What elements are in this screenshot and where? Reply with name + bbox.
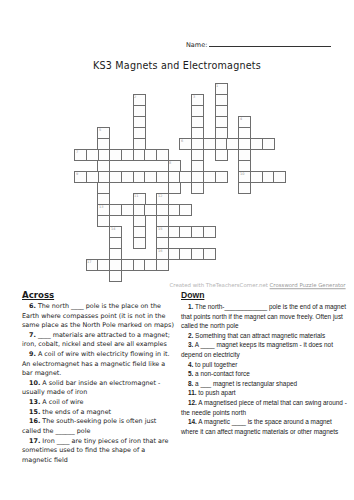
clue-down-12: 12. A magnetised piece of metal that can… bbox=[181, 398, 348, 417]
clue-across-16: 16. The south-seeking pole is often just… bbox=[22, 417, 176, 436]
grid-cell bbox=[133, 237, 146, 249]
cell-number: 4 bbox=[240, 117, 242, 120]
grid-cell bbox=[203, 248, 216, 260]
cell-number: 1 bbox=[216, 84, 218, 87]
cell-number: 8 bbox=[169, 161, 171, 164]
clue-down-4: 4. to pull together bbox=[181, 360, 348, 370]
clue-down-3: 3. A ____ magnet keeps its magnetism - i… bbox=[181, 340, 348, 359]
across-clues-section: Across 6. The north ____ pole is the pla… bbox=[22, 290, 176, 465]
clue-number: 8. bbox=[188, 380, 193, 387]
name-blank-line bbox=[209, 39, 331, 47]
clue-down-11: 11. to push apart bbox=[181, 388, 348, 398]
page-title: KS3 Magnets and Electromagnets bbox=[0, 60, 354, 71]
clue-number: 6. bbox=[29, 302, 36, 310]
grid-cell bbox=[238, 182, 251, 194]
grid-cell bbox=[203, 138, 216, 150]
grid-cell bbox=[121, 149, 134, 161]
grid-cell bbox=[273, 171, 286, 183]
grid-cell bbox=[86, 149, 99, 161]
credit-line: Created with TheTeachersCorner.net Cross… bbox=[170, 282, 346, 288]
clue-across-10: 10. A solid bar inside an electromagnet … bbox=[22, 379, 176, 398]
clue-number: 15. bbox=[29, 408, 40, 416]
clue-down-14: 14. A magnetic ____ is the space around … bbox=[181, 417, 348, 436]
clue-number: 3. bbox=[188, 341, 193, 348]
name-field: Name: bbox=[186, 39, 331, 49]
grid-cell bbox=[97, 259, 110, 271]
cell-number: 5 bbox=[99, 128, 101, 131]
credit-link[interactable]: Crossword Puzzle Generator bbox=[270, 282, 346, 288]
grid-cell bbox=[144, 204, 157, 216]
grid-cell bbox=[179, 204, 192, 216]
clue-number: 10. bbox=[29, 379, 40, 387]
clue-across-9: 9. A coil of wire with electricity flowi… bbox=[22, 350, 176, 379]
grid-cell bbox=[109, 270, 122, 282]
clue-across-6: 6. The north ____ pole is the place on t… bbox=[22, 302, 176, 331]
cell-number: 2 bbox=[134, 95, 136, 98]
down-clues-section: Down 1. The north-____________ pole is t… bbox=[181, 290, 348, 437]
clue-number: 4. bbox=[188, 361, 193, 368]
cell-number: 15 bbox=[158, 227, 162, 230]
across-heading: Across bbox=[22, 290, 176, 300]
grid-cell bbox=[121, 204, 134, 216]
clue-across-17: 17. Iron ____ are tiny pieces of iron th… bbox=[22, 437, 176, 466]
cell-number: 12 bbox=[158, 194, 162, 197]
clue-number: 13. bbox=[29, 398, 40, 406]
cell-number: 11 bbox=[134, 194, 138, 197]
clue-number: 9. bbox=[29, 350, 36, 358]
cell-number: 3 bbox=[193, 95, 195, 98]
grid-cell bbox=[262, 138, 275, 150]
clue-down-1: 1. The north-____________ pole is the en… bbox=[181, 302, 348, 331]
cell-number: 6 bbox=[181, 139, 183, 142]
clue-across-13: 13. A coil of wire bbox=[22, 398, 176, 408]
grid-cell: 6 bbox=[179, 138, 192, 150]
clue-number: 17. bbox=[29, 437, 40, 445]
grid-cell bbox=[156, 171, 169, 183]
down-heading: Down bbox=[181, 290, 348, 300]
clue-across-15: 15. the ends of a magnet bbox=[22, 408, 176, 418]
clue-number: 12. bbox=[188, 399, 197, 406]
cell-number: 7 bbox=[76, 150, 78, 153]
cell-number: 13 bbox=[99, 205, 103, 208]
across-clue-list: 6. The north ____ pole is the place on t… bbox=[22, 302, 176, 465]
clue-number: 5. bbox=[188, 370, 193, 377]
grid-cell bbox=[191, 182, 204, 194]
grid-cell bbox=[156, 259, 169, 271]
clue-across-7: 7. ____ materials are attracted to a mag… bbox=[22, 331, 176, 350]
cell-number: 14 bbox=[111, 227, 115, 230]
cell-number: 16 bbox=[158, 249, 162, 252]
clue-number: 11. bbox=[188, 389, 197, 396]
grid-cell bbox=[86, 171, 99, 183]
clue-number: 16. bbox=[29, 417, 40, 425]
clue-down-8: 8. a ___ magnet is rectangular shaped bbox=[181, 379, 348, 389]
cell-number: 10 bbox=[240, 172, 244, 175]
cell-number: 9 bbox=[76, 172, 78, 175]
credit-text: Created with TheTeachersCorner.net bbox=[170, 282, 270, 288]
clue-number: 2. bbox=[188, 332, 193, 339]
grid-cell bbox=[226, 138, 239, 150]
grid-cell bbox=[144, 259, 157, 271]
grid-cell bbox=[215, 149, 228, 161]
clue-down-5: 5. a non-contact force bbox=[181, 369, 348, 379]
cell-number: 17 bbox=[87, 260, 91, 263]
down-clue-list: 1. The north-____________ pole is the en… bbox=[181, 302, 348, 437]
grid-cell bbox=[203, 226, 216, 238]
clue-number: 7. bbox=[29, 331, 36, 339]
crossword-grid: 1234105136789111215161417 bbox=[74, 83, 286, 282]
clue-down-2: 2. Something that can attract magnetic m… bbox=[181, 331, 348, 341]
grid-cell bbox=[168, 182, 181, 194]
clue-number: 14. bbox=[188, 418, 197, 425]
clue-number: 1. bbox=[188, 303, 193, 310]
name-label: Name: bbox=[186, 41, 207, 49]
grid-cell bbox=[215, 171, 228, 183]
grid-cell bbox=[179, 171, 192, 183]
